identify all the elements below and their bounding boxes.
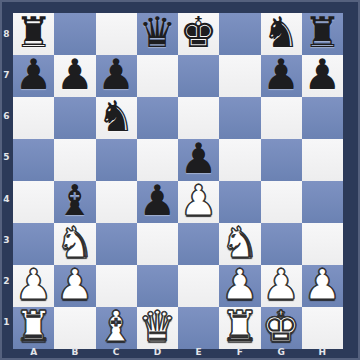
square-h2[interactable]: ♟ (302, 265, 343, 307)
square-h7[interactable]: ♟ (302, 55, 343, 97)
white-pawn-a2[interactable]: ♟ (15, 264, 53, 306)
square-b3[interactable]: ♞ (54, 223, 95, 265)
square-d3[interactable] (137, 223, 178, 265)
file-label-a: A (13, 343, 54, 360)
file-label-d: D (137, 343, 178, 360)
square-d2[interactable] (137, 265, 178, 307)
file-label-g: G (261, 343, 302, 360)
rank-label-7: 7 (0, 54, 13, 95)
rank-label-3: 3 (0, 219, 13, 260)
square-c5[interactable] (96, 139, 137, 181)
square-h8[interactable]: ♜ (302, 13, 343, 55)
square-b5[interactable] (54, 139, 95, 181)
square-c2[interactable] (96, 265, 137, 307)
black-pawn-b7[interactable]: ♟ (56, 54, 94, 96)
black-pawn-c7[interactable]: ♟ (97, 54, 135, 96)
square-h5[interactable] (302, 139, 343, 181)
rank-label-4: 4 (0, 178, 13, 219)
rank-label-5: 5 (0, 137, 13, 178)
square-b2[interactable]: ♟ (54, 265, 95, 307)
square-c6[interactable]: ♞ (96, 97, 137, 139)
file-label-e: E (178, 343, 219, 360)
white-knight-b3[interactable]: ♞ (56, 222, 94, 264)
white-king-g1[interactable]: ♚ (262, 306, 300, 348)
black-pawn-a7[interactable]: ♟ (15, 54, 53, 96)
square-a7[interactable]: ♟ (13, 55, 54, 97)
square-a2[interactable]: ♟ (13, 265, 54, 307)
square-c3[interactable] (96, 223, 137, 265)
file-label-f: F (219, 343, 260, 360)
rank-label-8: 8 (0, 13, 13, 54)
white-pawn-b2[interactable]: ♟ (56, 264, 94, 306)
black-bishop-b4[interactable]: ♝ (56, 180, 94, 222)
black-knight-c6[interactable]: ♞ (97, 96, 135, 138)
chess-board-frame: ♜♛♚♞♜♟♟♟♟♟♞♟♝♟♟♞♞♟♟♟♟♟♜♝♛♜♚ 87654321 ABC… (0, 0, 360, 360)
black-king-e8[interactable]: ♚ (180, 12, 218, 54)
square-e8[interactable]: ♚ (178, 13, 219, 55)
white-pawn-e4[interactable]: ♟ (180, 180, 218, 222)
square-f4[interactable] (219, 181, 260, 223)
square-f6[interactable] (219, 97, 260, 139)
black-pawn-e5[interactable]: ♟ (180, 138, 218, 180)
square-e4[interactable]: ♟ (178, 181, 219, 223)
square-b7[interactable]: ♟ (54, 55, 95, 97)
file-labels: ABCDEFGH (13, 343, 343, 360)
square-a8[interactable]: ♜ (13, 13, 54, 55)
rank-label-2: 2 (0, 261, 13, 302)
square-a3[interactable] (13, 223, 54, 265)
square-d6[interactable] (137, 97, 178, 139)
file-label-c: C (96, 343, 137, 360)
square-b6[interactable] (54, 97, 95, 139)
white-rook-f1[interactable]: ♜ (221, 306, 259, 348)
white-pawn-h2[interactable]: ♟ (304, 264, 342, 306)
white-queen-d1[interactable]: ♛ (139, 306, 177, 348)
black-queen-d8[interactable]: ♛ (139, 12, 177, 54)
rank-labels: 87654321 (0, 13, 13, 343)
black-pawn-d4[interactable]: ♟ (139, 180, 177, 222)
square-g3[interactable] (261, 223, 302, 265)
square-g5[interactable] (261, 139, 302, 181)
square-c7[interactable]: ♟ (96, 55, 137, 97)
rank-label-6: 6 (0, 96, 13, 137)
square-h6[interactable] (302, 97, 343, 139)
square-b8[interactable] (54, 13, 95, 55)
white-rook-a1[interactable]: ♜ (15, 306, 53, 348)
square-c8[interactable] (96, 13, 137, 55)
square-d5[interactable] (137, 139, 178, 181)
square-e6[interactable] (178, 97, 219, 139)
square-e7[interactable] (178, 55, 219, 97)
white-pawn-g2[interactable]: ♟ (262, 264, 300, 306)
chess-board[interactable]: ♜♛♚♞♜♟♟♟♟♟♞♟♝♟♟♞♞♟♟♟♟♟♜♝♛♜♚ (13, 13, 343, 343)
square-a6[interactable] (13, 97, 54, 139)
square-b4[interactable]: ♝ (54, 181, 95, 223)
square-g8[interactable]: ♞ (261, 13, 302, 55)
black-rook-a8[interactable]: ♜ (15, 12, 53, 54)
black-pawn-h7[interactable]: ♟ (304, 54, 342, 96)
square-d7[interactable] (137, 55, 178, 97)
white-knight-f3[interactable]: ♞ (221, 222, 259, 264)
square-g7[interactable]: ♟ (261, 55, 302, 97)
square-h4[interactable] (302, 181, 343, 223)
square-e3[interactable] (178, 223, 219, 265)
square-g4[interactable] (261, 181, 302, 223)
file-label-b: B (54, 343, 95, 360)
square-e5[interactable]: ♟ (178, 139, 219, 181)
square-e2[interactable] (178, 265, 219, 307)
white-pawn-f2[interactable]: ♟ (221, 264, 259, 306)
square-a4[interactable] (13, 181, 54, 223)
square-f8[interactable] (219, 13, 260, 55)
file-label-h: H (302, 343, 343, 360)
square-f2[interactable]: ♟ (219, 265, 260, 307)
square-d4[interactable]: ♟ (137, 181, 178, 223)
square-f5[interactable] (219, 139, 260, 181)
square-f3[interactable]: ♞ (219, 223, 260, 265)
square-g2[interactable]: ♟ (261, 265, 302, 307)
black-pawn-g7[interactable]: ♟ (262, 54, 300, 96)
square-f7[interactable] (219, 55, 260, 97)
black-rook-h8[interactable]: ♜ (304, 12, 342, 54)
square-a5[interactable] (13, 139, 54, 181)
square-h3[interactable] (302, 223, 343, 265)
square-g6[interactable] (261, 97, 302, 139)
black-knight-g8[interactable]: ♞ (262, 12, 300, 54)
rank-label-1: 1 (0, 302, 13, 343)
white-bishop-c1[interactable]: ♝ (97, 306, 135, 348)
square-c4[interactable] (96, 181, 137, 223)
square-d8[interactable]: ♛ (137, 13, 178, 55)
